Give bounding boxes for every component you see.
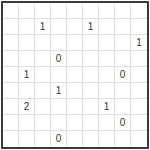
cell-r2c9[interactable] [131,19,147,35]
cell-r4c7[interactable] [99,51,115,67]
cell-r6c4-clue: 1 [51,83,67,99]
cell-r2c7[interactable] [99,19,115,35]
cell-r4c4-clue: 0 [51,51,67,67]
cell-r8c6[interactable] [83,115,99,131]
cell-r8c1[interactable] [3,115,19,131]
cell-r9c9[interactable] [131,131,147,147]
cell-r6c5[interactable] [67,83,83,99]
cell-r5c6[interactable] [83,67,99,83]
cell-r5c5[interactable] [67,67,83,83]
cell-r9c3[interactable] [35,131,51,147]
cell-r9c1[interactable] [3,131,19,147]
cell-r1c8[interactable] [115,3,131,19]
cell-r1c6[interactable] [83,3,99,19]
cell-r2c2[interactable] [19,19,35,35]
cell-r9c7[interactable] [99,131,115,147]
cell-r8c4[interactable] [51,115,67,131]
cell-r6c8[interactable] [115,83,131,99]
cell-r8c9[interactable] [131,115,147,131]
cell-r7c5[interactable] [67,99,83,115]
cell-r1c4[interactable] [51,3,67,19]
cell-r1c5[interactable] [67,3,83,19]
cell-r9c2[interactable] [19,131,35,147]
cell-r1c7[interactable] [99,3,115,19]
cell-r7c4[interactable] [51,99,67,115]
cell-r5c2-clue: 1 [19,67,35,83]
cell-r4c5[interactable] [67,51,83,67]
cell-r4c9[interactable] [131,51,147,67]
cell-r2c8[interactable] [115,19,131,35]
cell-r9c8[interactable] [115,131,131,147]
cell-r7c2-clue: 2 [19,99,35,115]
cell-r6c1[interactable] [3,83,19,99]
cell-r8c8-clue: 0 [115,115,131,131]
cell-r2c4[interactable] [51,19,67,35]
cell-r7c6[interactable] [83,99,99,115]
cell-r6c6[interactable] [83,83,99,99]
cell-r4c3[interactable] [35,51,51,67]
cell-r5c7[interactable] [99,67,115,83]
cell-r1c3[interactable] [35,3,51,19]
cell-r3c1[interactable] [3,35,19,51]
cell-r5c9[interactable] [131,67,147,83]
cell-r2c1[interactable] [3,19,19,35]
cell-r8c7[interactable] [99,115,115,131]
cell-r1c9[interactable] [131,3,147,19]
cell-r5c8-clue: 0 [115,67,131,83]
cell-r4c1[interactable] [3,51,19,67]
cell-r3c8[interactable] [115,35,131,51]
cell-r4c6[interactable] [83,51,99,67]
cell-r6c2[interactable] [19,83,35,99]
cell-r3c6[interactable] [83,35,99,51]
cell-r3c4[interactable] [51,35,67,51]
cell-r3c9-clue: 1 [131,35,147,51]
cell-r4c2[interactable] [19,51,35,67]
cell-r2c3-clue: 1 [35,19,51,35]
cell-r3c2[interactable] [19,35,35,51]
cell-r6c9[interactable] [131,83,147,99]
cell-r2c5[interactable] [67,19,83,35]
cell-r5c4[interactable] [51,67,67,83]
cell-r3c5[interactable] [67,35,83,51]
cell-r1c2[interactable] [19,3,35,19]
cell-r7c8[interactable] [115,99,131,115]
cell-r7c1[interactable] [3,99,19,115]
cell-r8c3[interactable] [35,115,51,131]
cell-r7c3[interactable] [35,99,51,115]
cell-r6c3[interactable] [35,83,51,99]
cell-r8c2[interactable] [19,115,35,131]
cell-r7c7-clue: 1 [99,99,115,115]
cell-r9c6[interactable] [83,131,99,147]
cell-r3c3[interactable] [35,35,51,51]
cell-r5c3[interactable] [35,67,51,83]
cell-r2c6-clue: 1 [83,19,99,35]
cell-r8c5[interactable] [67,115,83,131]
cell-r3c7[interactable] [99,35,115,51]
cell-r4c8[interactable] [115,51,131,67]
cell-r6c7[interactable] [99,83,115,99]
cell-r9c5[interactable] [67,131,83,147]
cell-r7c9[interactable] [131,99,147,115]
cell-r5c1[interactable] [3,67,19,83]
cell-r1c1[interactable] [3,3,19,19]
puzzle-board: 11101012100 [1,1,149,149]
cell-r9c4-clue: 0 [51,131,67,147]
